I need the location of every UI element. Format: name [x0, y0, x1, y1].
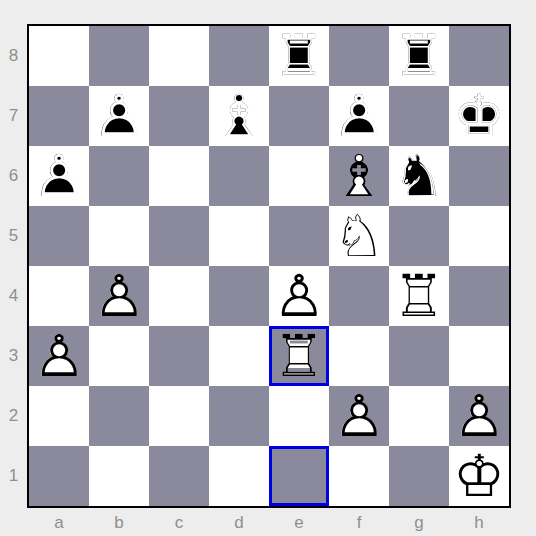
file-labels: abcdefgh	[29, 509, 509, 536]
square-b7[interactable]: ♟♙	[89, 86, 149, 146]
square-g1[interactable]	[389, 446, 449, 506]
file-label-e: e	[269, 509, 329, 536]
black-pawn-outline: ♙	[29, 146, 89, 206]
square-f2[interactable]: ♟♙	[329, 386, 389, 446]
square-g6[interactable]: ♞♘	[389, 146, 449, 206]
square-g5[interactable]	[389, 206, 449, 266]
square-h4[interactable]	[449, 266, 509, 326]
chess-board: ♜♖♜♖♟♙♝♗♟♙♚♔♟♙♝♗♞♘♞♘♟♙♟♙♜♖♟♙♜♖♟♙♟♙♚♔	[27, 24, 511, 508]
square-c3[interactable]	[149, 326, 209, 386]
square-h6[interactable]	[449, 146, 509, 206]
square-c1[interactable]	[149, 446, 209, 506]
white-pawn[interactable]: ♟♙	[269, 266, 329, 326]
square-d8[interactable]	[209, 26, 269, 86]
white-rook-outline: ♖	[269, 326, 329, 386]
square-a5[interactable]	[29, 206, 89, 266]
square-h5[interactable]	[449, 206, 509, 266]
rank-label-8: 8	[0, 26, 27, 86]
square-f7[interactable]: ♟♙	[329, 86, 389, 146]
square-b8[interactable]	[89, 26, 149, 86]
square-g8[interactable]: ♜♖	[389, 26, 449, 86]
square-c6[interactable]	[149, 146, 209, 206]
square-c7[interactable]	[149, 86, 209, 146]
file-label-f: f	[329, 509, 389, 536]
rank-label-2: 2	[0, 386, 27, 446]
white-pawn[interactable]: ♟♙	[329, 386, 389, 446]
square-d6[interactable]	[209, 146, 269, 206]
black-knight[interactable]: ♞♘	[389, 146, 449, 206]
square-d4[interactable]	[209, 266, 269, 326]
square-a6[interactable]: ♟♙	[29, 146, 89, 206]
square-f4[interactable]	[329, 266, 389, 326]
white-king[interactable]: ♚♔	[449, 446, 509, 506]
page: { "game": "chess", "position": { "fen": …	[0, 0, 536, 536]
file-label-g: g	[389, 509, 449, 536]
white-king-outline: ♔	[449, 446, 509, 506]
square-b5[interactable]	[89, 206, 149, 266]
black-pawn-outline: ♙	[89, 86, 149, 146]
white-pawn[interactable]: ♟♙	[89, 266, 149, 326]
square-h7[interactable]: ♚♔	[449, 86, 509, 146]
white-pawn-outline: ♙	[269, 266, 329, 326]
square-e6[interactable]	[269, 146, 329, 206]
rank-label-5: 5	[0, 206, 27, 266]
black-bishop[interactable]: ♝♗	[209, 86, 269, 146]
square-b2[interactable]	[89, 386, 149, 446]
black-rook[interactable]: ♜♖	[269, 26, 329, 86]
black-rook[interactable]: ♜♖	[389, 26, 449, 86]
white-pawn-outline: ♙	[329, 386, 389, 446]
square-d1[interactable]	[209, 446, 269, 506]
square-g7[interactable]	[389, 86, 449, 146]
white-knight[interactable]: ♞♘	[329, 206, 389, 266]
black-pawn[interactable]: ♟♙	[89, 86, 149, 146]
square-e7[interactable]	[269, 86, 329, 146]
white-pawn-outline: ♙	[29, 326, 89, 386]
square-b3[interactable]	[89, 326, 149, 386]
square-d3[interactable]	[209, 326, 269, 386]
black-rook-outline: ♖	[389, 26, 449, 86]
square-c5[interactable]	[149, 206, 209, 266]
file-label-a: a	[29, 509, 89, 536]
square-a7[interactable]	[29, 86, 89, 146]
black-king-outline: ♔	[449, 86, 509, 146]
square-h8[interactable]	[449, 26, 509, 86]
square-b1[interactable]	[89, 446, 149, 506]
square-g2[interactable]	[389, 386, 449, 446]
black-bishop-outline: ♗	[209, 86, 269, 146]
square-a1[interactable]	[29, 446, 89, 506]
square-a2[interactable]	[29, 386, 89, 446]
rank-label-4: 4	[0, 266, 27, 326]
square-e4[interactable]: ♟♙	[269, 266, 329, 326]
square-h2[interactable]: ♟♙	[449, 386, 509, 446]
square-c8[interactable]	[149, 26, 209, 86]
black-pawn[interactable]: ♟♙	[329, 86, 389, 146]
square-h1[interactable]: ♚♔	[449, 446, 509, 506]
white-knight-outline: ♘	[329, 206, 389, 266]
square-b6[interactable]	[89, 146, 149, 206]
square-c2[interactable]	[149, 386, 209, 446]
rank-label-6: 6	[0, 146, 27, 206]
white-pawn-outline: ♙	[89, 266, 149, 326]
square-b4[interactable]: ♟♙	[89, 266, 149, 326]
rank-label-1: 1	[0, 446, 27, 506]
white-bishop[interactable]: ♝♗	[329, 146, 389, 206]
rank-labels: 87654321	[0, 26, 27, 506]
square-e3[interactable]: ♜♖	[269, 326, 329, 386]
square-a3[interactable]: ♟♙	[29, 326, 89, 386]
rank-label-3: 3	[0, 326, 27, 386]
white-pawn-outline: ♙	[449, 386, 509, 446]
square-f5[interactable]: ♞♘	[329, 206, 389, 266]
white-rook[interactable]: ♜♖	[389, 266, 449, 326]
black-pawn-outline: ♙	[329, 86, 389, 146]
square-e5[interactable]	[269, 206, 329, 266]
square-g4[interactable]: ♜♖	[389, 266, 449, 326]
square-g3[interactable]	[389, 326, 449, 386]
square-h3[interactable]	[449, 326, 509, 386]
square-f8[interactable]	[329, 26, 389, 86]
square-d2[interactable]	[209, 386, 269, 446]
file-label-b: b	[89, 509, 149, 536]
rank-label-7: 7	[0, 86, 27, 146]
square-a4[interactable]	[29, 266, 89, 326]
square-f1[interactable]	[329, 446, 389, 506]
square-e1[interactable]	[269, 446, 329, 506]
square-a8[interactable]	[29, 26, 89, 86]
white-pawn[interactable]: ♟♙	[29, 326, 89, 386]
file-label-c: c	[149, 509, 209, 536]
black-rook-outline: ♖	[269, 26, 329, 86]
file-label-h: h	[449, 509, 509, 536]
square-f3[interactable]	[329, 326, 389, 386]
black-pawn[interactable]: ♟♙	[29, 146, 89, 206]
white-rook[interactable]: ♜♖	[269, 326, 329, 386]
white-rook-outline: ♖	[389, 266, 449, 326]
square-c4[interactable]	[149, 266, 209, 326]
square-f6[interactable]: ♝♗	[329, 146, 389, 206]
square-e2[interactable]	[269, 386, 329, 446]
square-d5[interactable]	[209, 206, 269, 266]
square-e8[interactable]: ♜♖	[269, 26, 329, 86]
white-pawn[interactable]: ♟♙	[449, 386, 509, 446]
white-bishop-outline: ♗	[329, 146, 389, 206]
square-d7[interactable]: ♝♗	[209, 86, 269, 146]
black-knight-outline: ♘	[389, 146, 449, 206]
file-label-d: d	[209, 509, 269, 536]
black-king[interactable]: ♚♔	[449, 86, 509, 146]
